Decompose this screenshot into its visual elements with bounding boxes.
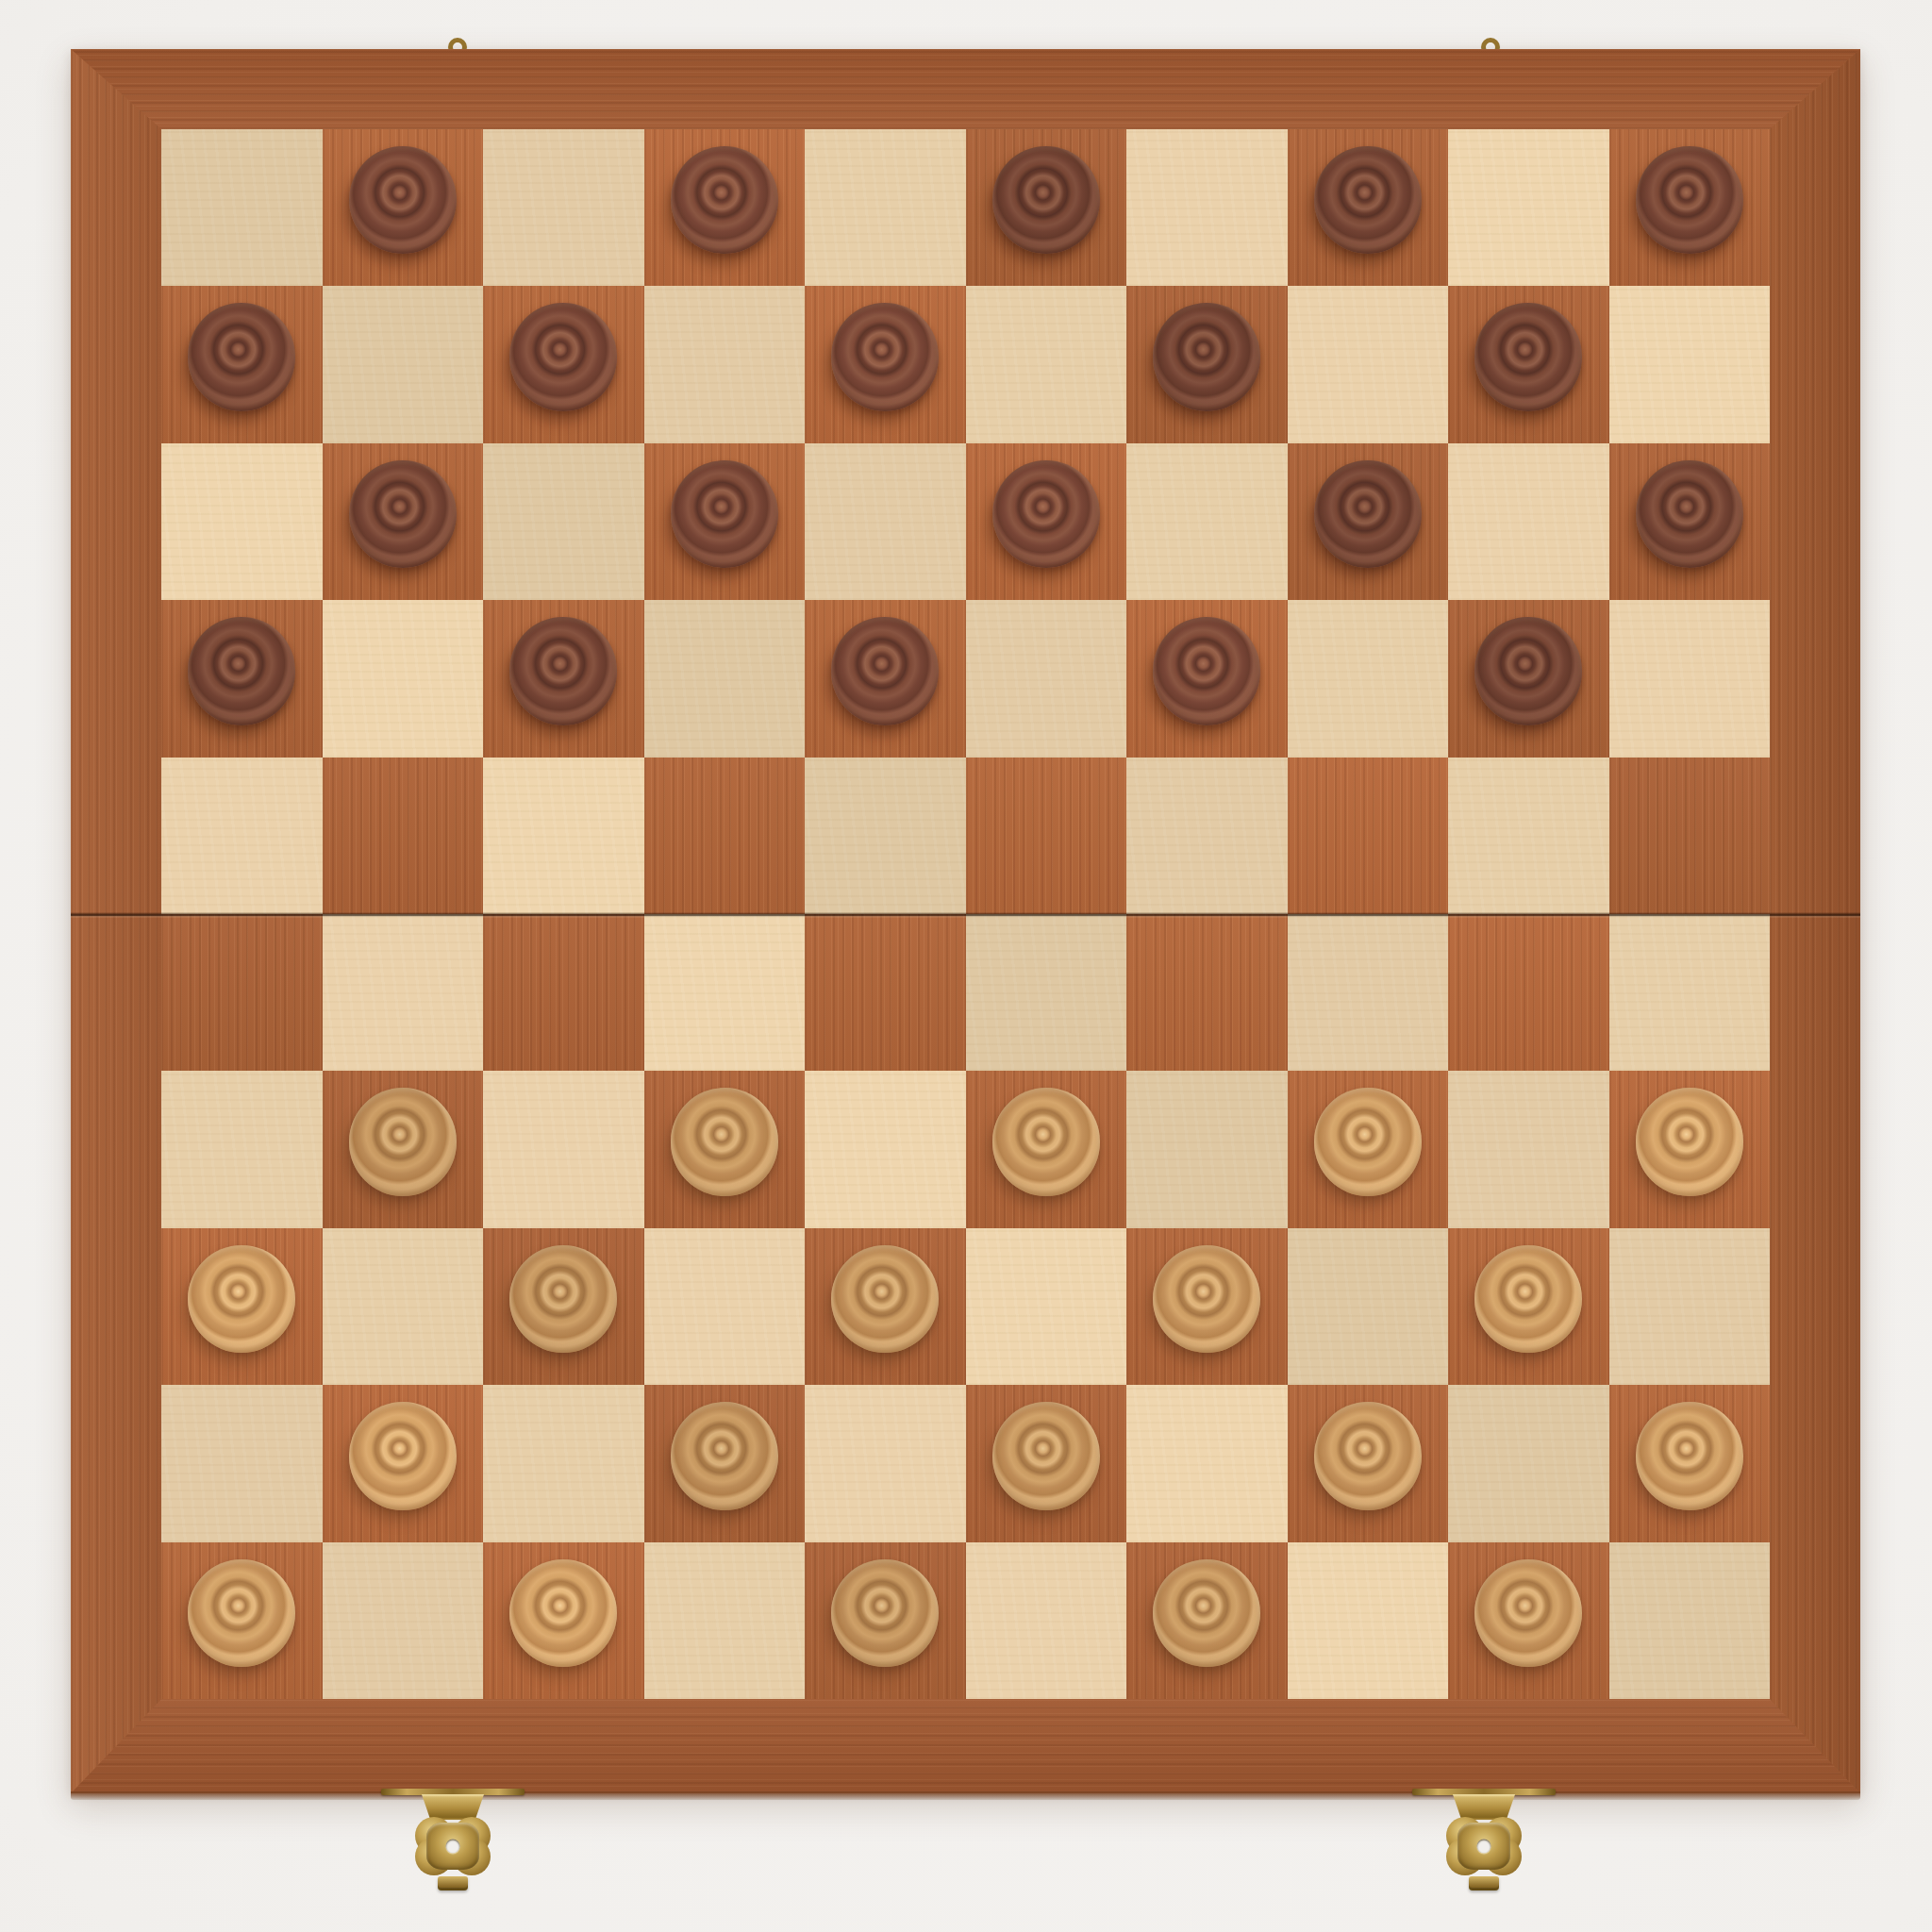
light-man[interactable] bbox=[188, 1245, 295, 1353]
square-r10c3[interactable] bbox=[483, 1542, 644, 1699]
square-r8c2[interactable] bbox=[323, 1228, 484, 1385]
dark-man[interactable] bbox=[831, 303, 939, 410]
square-r7c8[interactable] bbox=[1288, 1071, 1449, 1227]
square-r1c10[interactable] bbox=[1609, 129, 1771, 286]
square-r2c9[interactable] bbox=[1448, 286, 1609, 442]
light-man[interactable] bbox=[1314, 1088, 1422, 1195]
square-r2c2[interactable] bbox=[323, 286, 484, 442]
square-r8c9[interactable] bbox=[1448, 1228, 1609, 1385]
square-r3c9[interactable] bbox=[1448, 443, 1609, 600]
square-r7c5[interactable] bbox=[805, 1071, 966, 1227]
dark-man[interactable] bbox=[1153, 617, 1260, 724]
square-r10c8[interactable] bbox=[1288, 1542, 1449, 1699]
square-r7c1[interactable] bbox=[161, 1071, 323, 1227]
dark-man[interactable] bbox=[349, 146, 457, 254]
light-man[interactable] bbox=[671, 1088, 778, 1195]
square-r2c5[interactable] bbox=[805, 286, 966, 442]
dark-man[interactable] bbox=[188, 303, 295, 410]
square-r7c3[interactable] bbox=[483, 1071, 644, 1227]
square-r6c9[interactable] bbox=[1448, 914, 1609, 1071]
square-r4c10[interactable] bbox=[1609, 600, 1771, 757]
square-r9c9[interactable] bbox=[1448, 1385, 1609, 1541]
light-man[interactable] bbox=[188, 1559, 295, 1667]
board-frame-bottom bbox=[71, 1699, 1860, 1793]
square-r10c2[interactable] bbox=[323, 1542, 484, 1699]
square-r6c2[interactable] bbox=[323, 914, 484, 1071]
square-r7c4[interactable] bbox=[644, 1071, 806, 1227]
square-r3c7[interactable] bbox=[1126, 443, 1288, 600]
dark-man[interactable] bbox=[509, 303, 617, 410]
square-r9c6[interactable] bbox=[966, 1385, 1127, 1541]
dark-man[interactable] bbox=[349, 460, 457, 568]
square-r2c3[interactable] bbox=[483, 286, 644, 442]
light-man[interactable] bbox=[1314, 1402, 1422, 1509]
brass-clasp-icon bbox=[1408, 1786, 1559, 1891]
square-r8c5[interactable] bbox=[805, 1228, 966, 1385]
draughts-board bbox=[71, 49, 1860, 1793]
dark-man[interactable] bbox=[1474, 617, 1582, 724]
square-r8c4[interactable] bbox=[644, 1228, 806, 1385]
dark-man[interactable] bbox=[992, 460, 1100, 568]
square-r3c10[interactable] bbox=[1609, 443, 1771, 600]
square-r4c5[interactable] bbox=[805, 600, 966, 757]
square-r3c6[interactable] bbox=[966, 443, 1127, 600]
square-r2c10[interactable] bbox=[1609, 286, 1771, 442]
square-r5c5[interactable] bbox=[805, 758, 966, 914]
square-r8c7[interactable] bbox=[1126, 1228, 1288, 1385]
square-r3c4[interactable] bbox=[644, 443, 806, 600]
square-r9c1[interactable] bbox=[161, 1385, 323, 1541]
square-r4c9[interactable] bbox=[1448, 600, 1609, 757]
square-r2c8[interactable] bbox=[1288, 286, 1449, 442]
dark-man[interactable] bbox=[831, 617, 939, 724]
board-frame-top bbox=[71, 49, 1860, 129]
square-r10c4[interactable] bbox=[644, 1542, 806, 1699]
light-man[interactable] bbox=[1153, 1559, 1260, 1667]
square-r10c6[interactable] bbox=[966, 1542, 1127, 1699]
square-r10c1[interactable] bbox=[161, 1542, 323, 1699]
square-r3c1[interactable] bbox=[161, 443, 323, 600]
square-r8c8[interactable] bbox=[1288, 1228, 1449, 1385]
square-r5c2[interactable] bbox=[323, 758, 484, 914]
square-r7c9[interactable] bbox=[1448, 1071, 1609, 1227]
square-r6c1[interactable] bbox=[161, 914, 323, 1071]
square-r1c7[interactable] bbox=[1126, 129, 1288, 286]
dark-man[interactable] bbox=[1314, 146, 1422, 254]
light-man[interactable] bbox=[671, 1402, 778, 1509]
square-r6c7[interactable] bbox=[1126, 914, 1288, 1071]
light-man[interactable] bbox=[349, 1088, 457, 1195]
square-r3c2[interactable] bbox=[323, 443, 484, 600]
light-man[interactable] bbox=[509, 1245, 617, 1353]
light-man[interactable] bbox=[1636, 1088, 1743, 1195]
square-r6c5[interactable] bbox=[805, 914, 966, 1071]
square-r9c8[interactable] bbox=[1288, 1385, 1449, 1541]
dark-man[interactable] bbox=[509, 617, 617, 724]
square-r9c7[interactable] bbox=[1126, 1385, 1288, 1541]
square-r9c4[interactable] bbox=[644, 1385, 806, 1541]
light-man[interactable] bbox=[831, 1245, 939, 1353]
light-man[interactable] bbox=[1474, 1559, 1582, 1667]
dark-man[interactable] bbox=[1636, 146, 1743, 254]
square-r6c4[interactable] bbox=[644, 914, 806, 1071]
square-r7c6[interactable] bbox=[966, 1071, 1127, 1227]
board-frame-right bbox=[1770, 49, 1860, 1793]
light-man[interactable] bbox=[1474, 1245, 1582, 1353]
light-man[interactable] bbox=[349, 1402, 457, 1509]
square-r3c3[interactable] bbox=[483, 443, 644, 600]
square-r5c3[interactable] bbox=[483, 758, 644, 914]
square-r3c8[interactable] bbox=[1288, 443, 1449, 600]
dark-man[interactable] bbox=[1314, 460, 1422, 568]
dark-man[interactable] bbox=[1153, 303, 1260, 410]
square-r2c1[interactable] bbox=[161, 286, 323, 442]
square-r1c8[interactable] bbox=[1288, 129, 1449, 286]
square-r1c6[interactable] bbox=[966, 129, 1127, 286]
square-r3c5[interactable] bbox=[805, 443, 966, 600]
square-r8c1[interactable] bbox=[161, 1228, 323, 1385]
square-r5c7[interactable] bbox=[1126, 758, 1288, 914]
photo-background bbox=[0, 0, 1932, 1932]
square-r5c8[interactable] bbox=[1288, 758, 1449, 914]
square-r5c1[interactable] bbox=[161, 758, 323, 914]
square-r1c4[interactable] bbox=[644, 129, 806, 286]
square-r6c3[interactable] bbox=[483, 914, 644, 1071]
square-r2c6[interactable] bbox=[966, 286, 1127, 442]
square-r1c1[interactable] bbox=[161, 129, 323, 286]
square-r9c2[interactable] bbox=[323, 1385, 484, 1541]
square-r8c6[interactable] bbox=[966, 1228, 1127, 1385]
fold-seam bbox=[71, 912, 1860, 918]
clasp-hole bbox=[1477, 1840, 1491, 1854]
square-r4c8[interactable] bbox=[1288, 600, 1449, 757]
square-r8c10[interactable] bbox=[1609, 1228, 1771, 1385]
dark-man[interactable] bbox=[671, 460, 778, 568]
square-r9c5[interactable] bbox=[805, 1385, 966, 1541]
light-man[interactable] bbox=[1636, 1402, 1743, 1509]
square-r4c6[interactable] bbox=[966, 600, 1127, 757]
square-r1c2[interactable] bbox=[323, 129, 484, 286]
light-man[interactable] bbox=[831, 1559, 939, 1667]
square-r6c8[interactable] bbox=[1288, 914, 1449, 1071]
square-r4c3[interactable] bbox=[483, 600, 644, 757]
square-r9c3[interactable] bbox=[483, 1385, 644, 1541]
light-man[interactable] bbox=[1153, 1245, 1260, 1353]
square-r8c3[interactable] bbox=[483, 1228, 644, 1385]
square-r6c6[interactable] bbox=[966, 914, 1127, 1071]
square-r2c4[interactable] bbox=[644, 286, 806, 442]
square-r5c9[interactable] bbox=[1448, 758, 1609, 914]
square-r10c5[interactable] bbox=[805, 1542, 966, 1699]
square-r6c10[interactable] bbox=[1609, 914, 1771, 1071]
square-r4c1[interactable] bbox=[161, 600, 323, 757]
square-r5c10[interactable] bbox=[1609, 758, 1771, 914]
brass-clasp-icon bbox=[377, 1786, 528, 1891]
square-r1c9[interactable] bbox=[1448, 129, 1609, 286]
square-r10c10[interactable] bbox=[1609, 1542, 1771, 1699]
square-r10c7[interactable] bbox=[1126, 1542, 1288, 1699]
square-r7c10[interactable] bbox=[1609, 1071, 1771, 1227]
square-r4c2[interactable] bbox=[323, 600, 484, 757]
square-r10c9[interactable] bbox=[1448, 1542, 1609, 1699]
dark-man[interactable] bbox=[188, 617, 295, 724]
light-man[interactable] bbox=[992, 1402, 1100, 1509]
dark-man[interactable] bbox=[1474, 303, 1582, 410]
dark-man[interactable] bbox=[1636, 460, 1743, 568]
square-r7c2[interactable] bbox=[323, 1071, 484, 1227]
square-r4c4[interactable] bbox=[644, 600, 806, 757]
square-r2c7[interactable] bbox=[1126, 286, 1288, 442]
board-bottom-edge bbox=[71, 1791, 1860, 1800]
dark-man[interactable] bbox=[992, 146, 1100, 254]
square-r9c10[interactable] bbox=[1609, 1385, 1771, 1541]
square-r5c6[interactable] bbox=[966, 758, 1127, 914]
clasp-hole bbox=[446, 1840, 460, 1854]
square-r1c5[interactable] bbox=[805, 129, 966, 286]
board-frame-left bbox=[71, 49, 161, 1793]
square-r4c7[interactable] bbox=[1126, 600, 1288, 757]
light-man[interactable] bbox=[992, 1088, 1100, 1195]
light-man[interactable] bbox=[509, 1559, 617, 1667]
dark-man[interactable] bbox=[671, 146, 778, 254]
square-r1c3[interactable] bbox=[483, 129, 644, 286]
square-r7c7[interactable] bbox=[1126, 1071, 1288, 1227]
square-r5c4[interactable] bbox=[644, 758, 806, 914]
